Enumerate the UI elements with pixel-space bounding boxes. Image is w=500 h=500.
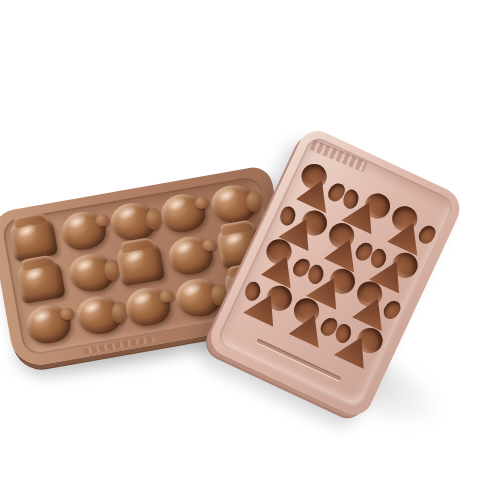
chocolate-piece-angel	[74, 293, 124, 338]
chocolate-piece-angel	[173, 276, 223, 321]
chocolate-piece-duck	[158, 190, 208, 235]
chocolate-piece-house	[16, 259, 66, 304]
chocolate-piece-angel	[208, 181, 258, 226]
gloss-highlight	[73, 255, 96, 274]
gloss-highlight	[130, 289, 153, 308]
gloss-highlight	[180, 280, 203, 299]
gloss-highlight	[23, 264, 46, 283]
chocolate-piece-house	[9, 217, 59, 262]
gloss-highlight	[223, 229, 246, 248]
gloss-highlight	[16, 221, 39, 240]
gloss-highlight	[123, 246, 146, 265]
gloss-highlight	[31, 307, 54, 326]
chocolate-piece-duck	[59, 208, 109, 253]
chocolate-piece-duck	[24, 302, 74, 347]
chocolate-piece-duck	[166, 233, 216, 278]
gloss-highlight	[115, 204, 138, 223]
chocolate-piece-angel	[108, 199, 158, 244]
chocolate-piece-angel	[66, 250, 116, 295]
chocolate-piece-house	[116, 242, 166, 287]
gloss-highlight	[66, 213, 89, 232]
gloss-highlight	[215, 186, 238, 205]
gloss-highlight	[81, 298, 104, 317]
chocolate-piece-duck	[124, 284, 174, 329]
gloss-highlight	[173, 238, 196, 257]
product-photo-stage	[0, 0, 500, 500]
gloss-highlight	[165, 195, 188, 214]
